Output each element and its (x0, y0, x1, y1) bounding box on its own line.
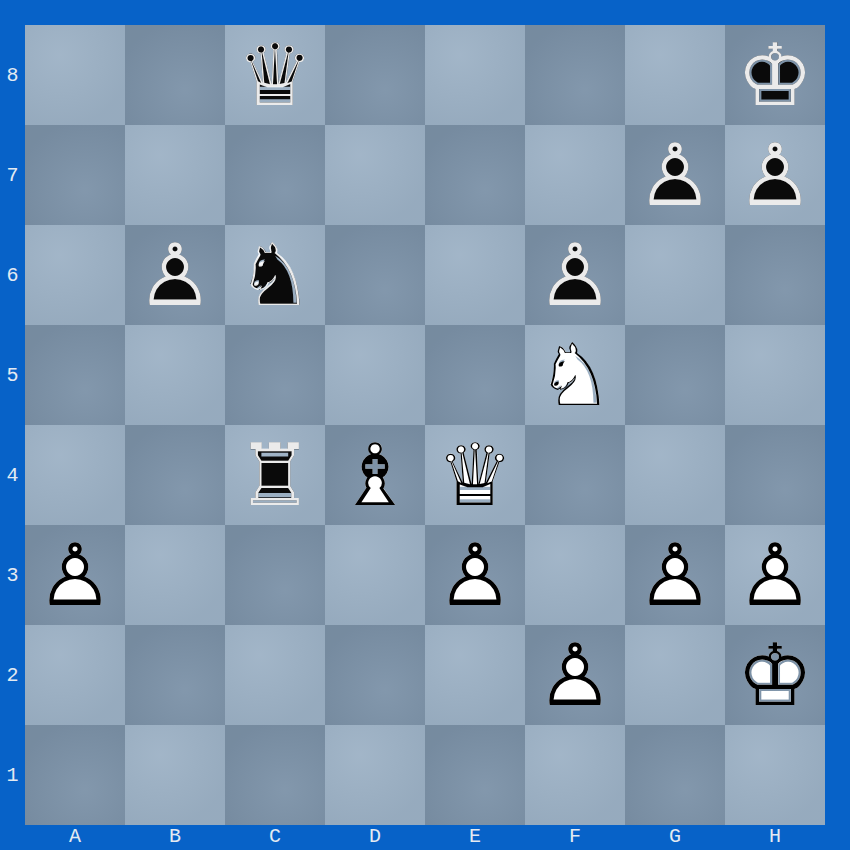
square-b1[interactable] (125, 725, 225, 825)
square-g5[interactable] (625, 325, 725, 425)
square-e8[interactable] (425, 25, 525, 125)
piece-black-pawn[interactable]: ♟ (625, 125, 725, 225)
square-g1[interactable] (625, 725, 725, 825)
square-g4[interactable] (625, 425, 725, 525)
square-b4[interactable] (125, 425, 225, 525)
file-label-f: F (525, 825, 625, 850)
file-label-h: H (725, 825, 825, 850)
square-a2[interactable] (25, 625, 125, 725)
square-g2[interactable] (625, 625, 725, 725)
piece-white-knight[interactable]: ♞ (525, 325, 625, 425)
rank-label-3: 3 (0, 525, 25, 625)
file-label-g: G (625, 825, 725, 850)
file-label-d: D (325, 825, 425, 850)
square-b8[interactable] (125, 25, 225, 125)
square-d1[interactable] (325, 725, 425, 825)
square-d3[interactable] (325, 525, 425, 625)
square-f6[interactable]: ♟♙ (525, 225, 625, 325)
square-f5[interactable]: ♞♘ (525, 325, 625, 425)
file-labels: ABCDEFGH (25, 825, 825, 850)
square-a1[interactable] (25, 725, 125, 825)
file-label-a: A (25, 825, 125, 850)
square-h7[interactable]: ♟♙ (725, 125, 825, 225)
square-a4[interactable] (25, 425, 125, 525)
square-h1[interactable] (725, 725, 825, 825)
rank-labels: 87654321 (0, 25, 25, 825)
square-a8[interactable] (25, 25, 125, 125)
piece-white-pawn[interactable]: ♟ (625, 525, 725, 625)
piece-black-king[interactable]: ♚ (725, 25, 825, 125)
piece-black-pawn-outline: ♙ (525, 225, 625, 325)
piece-black-rook[interactable]: ♜ (225, 425, 325, 525)
piece-black-pawn[interactable]: ♟ (525, 225, 625, 325)
square-c2[interactable] (225, 625, 325, 725)
square-e1[interactable] (425, 725, 525, 825)
piece-white-pawn-outline: ♙ (425, 525, 525, 625)
chess-board: ♛♕♚♔♟♙♟♙♟♙♞♘♟♙♞♘♜♖♝♗♛♕♟♙♟♙♟♙♟♙♟♙♚♔ (25, 25, 825, 825)
file-label-c: C (225, 825, 325, 850)
square-b7[interactable] (125, 125, 225, 225)
square-b6[interactable]: ♟♙ (125, 225, 225, 325)
square-e2[interactable] (425, 625, 525, 725)
piece-white-pawn-outline: ♙ (25, 525, 125, 625)
rank-label-6: 6 (0, 225, 25, 325)
piece-black-pawn[interactable]: ♟ (725, 125, 825, 225)
square-f7[interactable] (525, 125, 625, 225)
square-d6[interactable] (325, 225, 425, 325)
square-b5[interactable] (125, 325, 225, 425)
piece-white-queen-outline: ♕ (425, 425, 525, 525)
piece-white-king-outline: ♔ (725, 625, 825, 725)
rank-label-4: 4 (0, 425, 25, 525)
square-e6[interactable] (425, 225, 525, 325)
square-e7[interactable] (425, 125, 525, 225)
square-a6[interactable] (25, 225, 125, 325)
square-g7[interactable]: ♟♙ (625, 125, 725, 225)
square-c6[interactable]: ♞♘ (225, 225, 325, 325)
square-b2[interactable] (125, 625, 225, 725)
file-label-b: B (125, 825, 225, 850)
piece-white-pawn[interactable]: ♟ (25, 525, 125, 625)
square-h6[interactable] (725, 225, 825, 325)
square-f4[interactable] (525, 425, 625, 525)
piece-white-king[interactable]: ♚ (725, 625, 825, 725)
rank-label-8: 8 (0, 25, 25, 125)
piece-white-pawn[interactable]: ♟ (425, 525, 525, 625)
square-e5[interactable] (425, 325, 525, 425)
square-e4[interactable]: ♛♕ (425, 425, 525, 525)
file-label-e: E (425, 825, 525, 850)
square-c4[interactable]: ♜♖ (225, 425, 325, 525)
rank-label-2: 2 (0, 625, 25, 725)
square-c1[interactable] (225, 725, 325, 825)
square-d5[interactable] (325, 325, 425, 425)
square-h2[interactable]: ♚♔ (725, 625, 825, 725)
square-h8[interactable]: ♚♔ (725, 25, 825, 125)
rank-label-1: 1 (0, 725, 25, 825)
piece-black-king-outline: ♔ (725, 25, 825, 125)
square-b3[interactable] (125, 525, 225, 625)
square-h4[interactable] (725, 425, 825, 525)
square-a3[interactable]: ♟♙ (25, 525, 125, 625)
square-c8[interactable]: ♛♕ (225, 25, 325, 125)
square-g6[interactable] (625, 225, 725, 325)
piece-white-pawn-outline: ♙ (625, 525, 725, 625)
square-e3[interactable]: ♟♙ (425, 525, 525, 625)
square-h5[interactable] (725, 325, 825, 425)
square-d2[interactable] (325, 625, 425, 725)
piece-white-pawn-outline: ♙ (725, 525, 825, 625)
square-c7[interactable] (225, 125, 325, 225)
square-g3[interactable]: ♟♙ (625, 525, 725, 625)
piece-black-pawn[interactable]: ♟ (125, 225, 225, 325)
square-c3[interactable] (225, 525, 325, 625)
square-g8[interactable] (625, 25, 725, 125)
square-f8[interactable] (525, 25, 625, 125)
square-d8[interactable] (325, 25, 425, 125)
rank-label-5: 5 (0, 325, 25, 425)
square-f3[interactable] (525, 525, 625, 625)
piece-black-knight[interactable]: ♞ (225, 225, 325, 325)
piece-black-queen[interactable]: ♛ (225, 25, 325, 125)
square-d4[interactable]: ♝♗ (325, 425, 425, 525)
square-c5[interactable] (225, 325, 325, 425)
piece-white-bishop[interactable]: ♝ (325, 425, 425, 525)
square-h3[interactable]: ♟♙ (725, 525, 825, 625)
rank-label-7: 7 (0, 125, 25, 225)
square-a5[interactable] (25, 325, 125, 425)
piece-white-knight-outline: ♘ (525, 325, 625, 425)
piece-white-queen[interactable]: ♛ (425, 425, 525, 525)
square-f2[interactable]: ♟♙ (525, 625, 625, 725)
piece-white-pawn-outline: ♙ (525, 625, 625, 725)
piece-black-pawn-outline: ♙ (725, 125, 825, 225)
square-d7[interactable] (325, 125, 425, 225)
square-f1[interactable] (525, 725, 625, 825)
piece-black-pawn-outline: ♙ (125, 225, 225, 325)
piece-black-pawn-outline: ♙ (625, 125, 725, 225)
piece-white-pawn[interactable]: ♟ (525, 625, 625, 725)
board-frame: ♛♕♚♔♟♙♟♙♟♙♞♘♟♙♞♘♜♖♝♗♛♕♟♙♟♙♟♙♟♙♟♙♚♔ 87654… (0, 0, 850, 850)
square-a7[interactable] (25, 125, 125, 225)
piece-white-bishop-outline: ♗ (325, 425, 425, 525)
piece-black-knight-outline: ♘ (225, 225, 325, 325)
piece-white-pawn[interactable]: ♟ (725, 525, 825, 625)
piece-black-rook-outline: ♖ (225, 425, 325, 525)
piece-black-queen-outline: ♕ (225, 25, 325, 125)
